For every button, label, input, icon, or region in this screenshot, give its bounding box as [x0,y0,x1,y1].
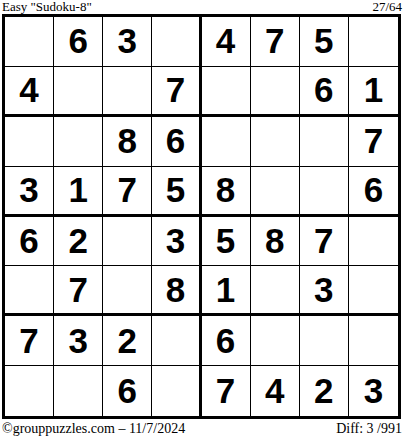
cell-r1c7: 5 [300,17,349,67]
cell-r7c1: 7 [5,316,54,366]
cell-r1c3: 3 [103,17,152,67]
cell-r5c3[interactable] [103,217,152,267]
cell-r1c8[interactable] [349,17,398,67]
cell-r4c8: 6 [349,167,398,217]
cell-r1c5: 4 [202,17,251,67]
cell-r3c5[interactable] [202,117,251,167]
cell-r2c3[interactable] [103,67,152,117]
cell-r4c4: 5 [152,167,201,217]
cell-r6c8[interactable] [349,266,398,316]
cell-r2c5[interactable] [202,67,251,117]
cell-r7c3: 2 [103,316,152,366]
cell-r7c6[interactable] [251,316,300,366]
cell-r5c4: 3 [152,217,201,267]
cell-r8c2[interactable] [54,366,103,416]
cell-r4c2: 1 [54,167,103,217]
cell-r7c5: 6 [202,316,251,366]
cell-r7c8[interactable] [349,316,398,366]
cell-r6c3[interactable] [103,266,152,316]
cell-r2c2[interactable] [54,67,103,117]
cell-r7c2: 3 [54,316,103,366]
cell-r5c5: 5 [202,217,251,267]
cell-r3c2[interactable] [54,117,103,167]
cell-r5c8[interactable] [349,217,398,267]
cell-r8c5: 7 [202,366,251,416]
cell-r8c8: 3 [349,366,398,416]
copyright-text: ©grouppuzzles.com – 11/7/2024 [2,421,185,436]
cell-r8c6: 4 [251,366,300,416]
cell-r6c1[interactable] [5,266,54,316]
cell-r2c6[interactable] [251,67,300,117]
cell-r5c2: 2 [54,217,103,267]
cell-r1c4[interactable] [152,17,201,67]
page-header: Easy "Sudoku-8" 27/64 [2,0,402,14]
cell-r3c7[interactable] [300,117,349,167]
sudoku-board: 6347547618673175866235877813732667423 [2,14,401,419]
cell-r7c4[interactable] [152,316,201,366]
cell-r2c7: 6 [300,67,349,117]
cell-r3c1[interactable] [5,117,54,167]
cell-r6c2: 7 [54,266,103,316]
difficulty-text: Diff: 3 /991 [336,421,402,436]
cell-r5c7: 7 [300,217,349,267]
cell-r6c4: 8 [152,266,201,316]
cell-r8c3: 6 [103,366,152,416]
cell-r8c1[interactable] [5,366,54,416]
cell-r6c5: 1 [202,266,251,316]
cell-r3c3: 8 [103,117,152,167]
cell-r8c4[interactable] [152,366,201,416]
puzzle-counter: 27/64 [372,0,402,14]
cell-r5c1: 6 [5,217,54,267]
cell-r4c6[interactable] [251,167,300,217]
cell-r1c6: 7 [251,17,300,67]
cell-r6c6[interactable] [251,266,300,316]
cell-r4c7[interactable] [300,167,349,217]
cell-r4c1: 3 [5,167,54,217]
cell-r4c5: 8 [202,167,251,217]
cell-r3c4: 6 [152,117,201,167]
cell-r4c3: 7 [103,167,152,217]
cell-r1c2: 6 [54,17,103,67]
cell-r3c8: 7 [349,117,398,167]
cell-r5c6: 8 [251,217,300,267]
cell-r8c7: 2 [300,366,349,416]
cell-r3c6[interactable] [251,117,300,167]
cell-r2c1: 4 [5,67,54,117]
page-footer: ©grouppuzzles.com – 11/7/2024 Diff: 3 /9… [2,421,402,436]
cell-r7c7[interactable] [300,316,349,366]
cell-r2c8: 1 [349,67,398,117]
cell-r6c7: 3 [300,266,349,316]
cell-r2c4: 7 [152,67,201,117]
puzzle-title: Easy "Sudoku-8" [2,0,92,14]
cell-r1c1[interactable] [5,17,54,67]
